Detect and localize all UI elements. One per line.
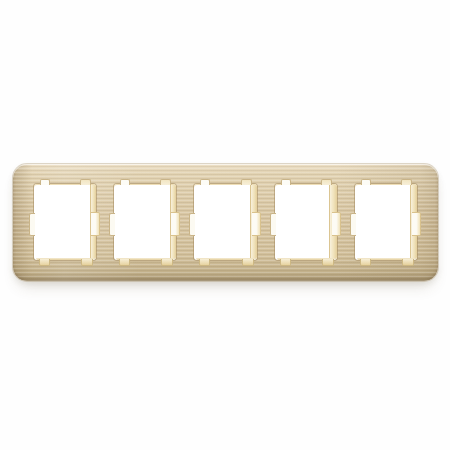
frame-window-5: [355, 184, 417, 260]
latch-notch-bottom-right: [322, 259, 334, 266]
latch-notch-bottom-left: [119, 259, 130, 266]
latch-notch-bottom-left: [199, 259, 210, 266]
latch-notch-mid-left: [109, 213, 115, 236]
latch-notch-mid-right: [412, 212, 421, 236]
latch-notch-bottom-left: [360, 259, 371, 266]
latch-notch-mid-left: [350, 213, 356, 236]
latch-notch-top-left: [40, 179, 50, 185]
latch-notch-top-left: [281, 179, 291, 185]
frame-window-4: [275, 184, 337, 260]
latch-notch-top-right: [321, 179, 332, 185]
latch-notch-mid-left: [189, 213, 195, 236]
latch-notch-mid-right: [332, 212, 341, 236]
latch-notch-mid-right: [171, 212, 180, 236]
frame-window-1: [34, 184, 96, 260]
latch-notch-bottom-left: [280, 259, 291, 266]
latch-notch-top-right: [80, 179, 91, 185]
frame-window-2: [114, 184, 176, 260]
switch-frame: [13, 164, 438, 281]
latch-notch-top-right: [241, 179, 252, 185]
latch-notch-bottom-right: [242, 259, 254, 266]
product-photo: [0, 0, 450, 450]
latch-notch-bottom-left: [39, 259, 50, 266]
latch-notch-mid-left: [29, 213, 35, 236]
latch-notch-mid-left: [270, 213, 276, 236]
latch-notch-bottom-right: [81, 259, 93, 266]
latch-notch-top-left: [200, 179, 210, 185]
frame-windows: [34, 184, 417, 260]
latch-notch-top-right: [160, 179, 171, 185]
latch-notch-top-left: [120, 179, 130, 185]
latch-notch-mid-right: [91, 212, 100, 236]
frame-window-3: [194, 184, 256, 260]
latch-notch-bottom-right: [402, 259, 414, 266]
latch-notch-top-right: [401, 179, 412, 185]
latch-notch-bottom-right: [161, 259, 173, 266]
latch-notch-top-left: [361, 179, 371, 185]
latch-notch-mid-right: [252, 212, 261, 236]
